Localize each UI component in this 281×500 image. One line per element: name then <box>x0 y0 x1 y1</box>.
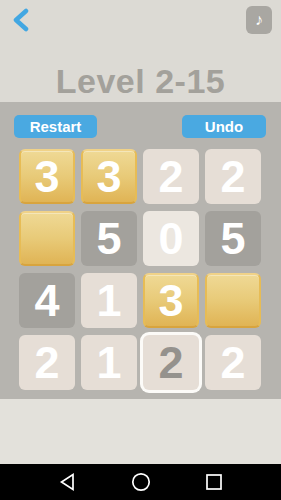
grid-cell-r1c4[interactable]: 2 <box>205 149 261 204</box>
grid-cell-r4c3[interactable]: 2 <box>143 335 199 390</box>
level-title: Level 2-15 <box>0 62 281 101</box>
grid-cell-r1c3[interactable]: 2 <box>143 149 199 204</box>
nav-back-button[interactable] <box>58 472 78 492</box>
nav-recents-button[interactable] <box>204 472 224 492</box>
grid-cell-r4c2[interactable]: 1 <box>81 335 137 390</box>
grid-cell-r2c4[interactable]: 5 <box>205 211 261 266</box>
nav-recents-icon <box>204 472 224 492</box>
grid-cell-r4c1[interactable]: 2 <box>19 335 75 390</box>
footer-space <box>0 399 281 464</box>
chevron-left-icon <box>12 8 30 32</box>
nav-home-icon <box>131 472 151 492</box>
grid-cell-r1c1[interactable]: 3 <box>19 149 75 204</box>
board-grid: 33225054132122 <box>19 149 261 390</box>
grid-cell-r3c4[interactable] <box>205 273 261 328</box>
grid-cell-r2c2[interactable]: 5 <box>81 211 137 266</box>
grid-cell-r3c3[interactable]: 3 <box>143 273 199 328</box>
grid-cell-r2c3[interactable]: 0 <box>143 211 199 266</box>
screen: ♪ Level 2-15 Restart Undo 33225054132122 <box>0 0 281 500</box>
grid-cell-r2c1[interactable] <box>19 211 75 266</box>
game-panel: Restart Undo 33225054132122 <box>0 102 281 399</box>
grid-cell-r3c2[interactable]: 1 <box>81 273 137 328</box>
grid-cell-r1c2[interactable]: 3 <box>81 149 137 204</box>
nav-home-button[interactable] <box>131 472 151 492</box>
grid-cell-r4c4[interactable]: 2 <box>205 335 261 390</box>
android-navbar <box>0 464 281 500</box>
grid-cell-r3c1[interactable]: 4 <box>19 273 75 328</box>
restart-button[interactable]: Restart <box>14 115 97 138</box>
undo-button[interactable]: Undo <box>182 115 266 138</box>
music-note-icon: ♪ <box>255 11 263 29</box>
music-button[interactable]: ♪ <box>246 6 272 34</box>
back-button[interactable] <box>8 4 38 34</box>
nav-back-icon <box>58 472 78 492</box>
